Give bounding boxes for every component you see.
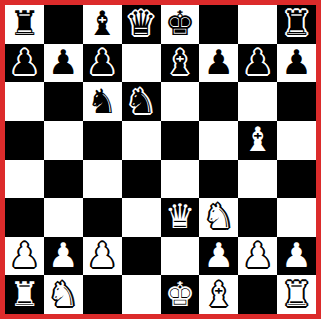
square-g7[interactable]: ♟ xyxy=(238,44,277,83)
square-a4[interactable] xyxy=(5,160,44,199)
square-d4[interactable] xyxy=(122,160,161,199)
square-c1[interactable] xyxy=(83,275,122,314)
white-pawn[interactable]: ♟ xyxy=(9,238,39,272)
white-pawn[interactable]: ♟ xyxy=(281,238,311,272)
black-knight[interactable]: ♞ xyxy=(87,84,117,118)
square-d2[interactable] xyxy=(122,237,161,276)
black-pawn[interactable]: ♟ xyxy=(87,45,117,79)
square-d7[interactable] xyxy=(122,44,161,83)
square-g8[interactable] xyxy=(238,5,277,44)
white-knight[interactable]: ♞ xyxy=(48,277,78,311)
square-h3[interactable] xyxy=(277,198,316,237)
square-b7[interactable]: ♟ xyxy=(44,44,83,83)
square-h8[interactable]: ♜ xyxy=(277,5,316,44)
square-b6[interactable] xyxy=(44,82,83,121)
square-a1[interactable]: ♜ xyxy=(5,275,44,314)
square-e7[interactable]: ♝ xyxy=(161,44,200,83)
square-d5[interactable] xyxy=(122,121,161,160)
square-f8[interactable] xyxy=(199,5,238,44)
square-g3[interactable] xyxy=(238,198,277,237)
square-g5[interactable]: ♝ xyxy=(238,121,277,160)
square-f7[interactable]: ♟ xyxy=(199,44,238,83)
black-rook[interactable]: ♜ xyxy=(281,6,311,40)
black-pawn[interactable]: ♟ xyxy=(204,45,234,79)
square-a5[interactable] xyxy=(5,121,44,160)
black-queen[interactable]: ♛ xyxy=(126,6,156,40)
square-g2[interactable]: ♟ xyxy=(238,237,277,276)
square-c6[interactable]: ♞ xyxy=(83,82,122,121)
square-f6[interactable] xyxy=(199,82,238,121)
black-knight[interactable]: ♞ xyxy=(126,84,156,118)
square-g4[interactable] xyxy=(238,160,277,199)
square-f1[interactable]: ♝ xyxy=(199,275,238,314)
square-f2[interactable]: ♟ xyxy=(199,237,238,276)
square-e4[interactable] xyxy=(161,160,200,199)
board-frame: ♜♝♛♚♜♟♟♟♝♟♟♟♞♞♝♛♞♟♟♟♟♟♟♜♞♚♝♜ xyxy=(0,0,321,319)
square-c5[interactable] xyxy=(83,121,122,160)
square-c7[interactable]: ♟ xyxy=(83,44,122,83)
white-knight[interactable]: ♞ xyxy=(204,199,234,233)
black-rook[interactable]: ♜ xyxy=(9,6,39,40)
square-b2[interactable]: ♟ xyxy=(44,237,83,276)
white-pawn[interactable]: ♟ xyxy=(87,238,117,272)
white-bishop[interactable]: ♝ xyxy=(242,122,272,156)
square-f5[interactable] xyxy=(199,121,238,160)
square-d6[interactable]: ♞ xyxy=(122,82,161,121)
square-f3[interactable]: ♞ xyxy=(199,198,238,237)
square-c3[interactable] xyxy=(83,198,122,237)
square-e1[interactable]: ♚ xyxy=(161,275,200,314)
black-pawn[interactable]: ♟ xyxy=(242,45,272,79)
white-pawn[interactable]: ♟ xyxy=(48,238,78,272)
black-king[interactable]: ♚ xyxy=(165,6,195,40)
square-h7[interactable]: ♟ xyxy=(277,44,316,83)
white-bishop[interactable]: ♝ xyxy=(204,277,234,311)
square-e3[interactable]: ♛ xyxy=(161,198,200,237)
square-h2[interactable]: ♟ xyxy=(277,237,316,276)
square-b8[interactable] xyxy=(44,5,83,44)
square-a3[interactable] xyxy=(5,198,44,237)
square-c4[interactable] xyxy=(83,160,122,199)
square-h1[interactable]: ♜ xyxy=(277,275,316,314)
white-rook[interactable]: ♜ xyxy=(281,277,311,311)
black-pawn[interactable]: ♟ xyxy=(48,45,78,79)
square-a6[interactable] xyxy=(5,82,44,121)
white-king[interactable]: ♚ xyxy=(165,277,195,311)
square-e5[interactable] xyxy=(161,121,200,160)
square-b3[interactable] xyxy=(44,198,83,237)
white-rook[interactable]: ♜ xyxy=(9,277,39,311)
square-c2[interactable]: ♟ xyxy=(83,237,122,276)
square-b5[interactable] xyxy=(44,121,83,160)
black-bishop[interactable]: ♝ xyxy=(165,45,195,79)
square-e6[interactable] xyxy=(161,82,200,121)
square-h4[interactable] xyxy=(277,160,316,199)
square-a8[interactable]: ♜ xyxy=(5,5,44,44)
black-pawn[interactable]: ♟ xyxy=(9,45,39,79)
square-f4[interactable] xyxy=(199,160,238,199)
square-a2[interactable]: ♟ xyxy=(5,237,44,276)
white-pawn[interactable]: ♟ xyxy=(242,238,272,272)
square-h5[interactable] xyxy=(277,121,316,160)
square-b4[interactable] xyxy=(44,160,83,199)
white-queen[interactable]: ♛ xyxy=(165,199,195,233)
black-pawn[interactable]: ♟ xyxy=(281,45,311,79)
square-d3[interactable] xyxy=(122,198,161,237)
chess-board: ♜♝♛♚♜♟♟♟♝♟♟♟♞♞♝♛♞♟♟♟♟♟♟♜♞♚♝♜ xyxy=(5,5,316,314)
black-bishop[interactable]: ♝ xyxy=(87,6,117,40)
white-pawn[interactable]: ♟ xyxy=(204,238,234,272)
square-d8[interactable]: ♛ xyxy=(122,5,161,44)
square-a7[interactable]: ♟ xyxy=(5,44,44,83)
square-h6[interactable] xyxy=(277,82,316,121)
square-e8[interactable]: ♚ xyxy=(161,5,200,44)
square-b1[interactable]: ♞ xyxy=(44,275,83,314)
square-c8[interactable]: ♝ xyxy=(83,5,122,44)
square-g1[interactable] xyxy=(238,275,277,314)
square-e2[interactable] xyxy=(161,237,200,276)
square-g6[interactable] xyxy=(238,82,277,121)
square-d1[interactable] xyxy=(122,275,161,314)
